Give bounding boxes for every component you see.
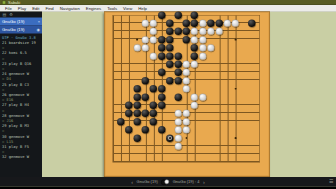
intersection[interactable]: [215, 109, 223, 117]
intersection[interactable]: [248, 68, 256, 76]
intersection[interactable]: [207, 27, 215, 35]
intersection[interactable]: [240, 134, 248, 142]
intersection[interactable]: [248, 109, 256, 117]
intersection[interactable]: [256, 142, 264, 150]
intersection[interactable]: [133, 11, 141, 19]
intersection[interactable]: [182, 150, 190, 158]
intersection[interactable]: [190, 77, 198, 85]
intersection[interactable]: [215, 27, 223, 35]
close-icon[interactable]: ×: [38, 19, 40, 24]
intersection[interactable]: [240, 36, 248, 44]
intersection[interactable]: [223, 36, 231, 44]
intersection[interactable]: [256, 118, 264, 126]
intersection[interactable]: [125, 77, 133, 85]
intersection[interactable]: [190, 101, 198, 109]
intersection[interactable]: [108, 27, 116, 35]
intersection[interactable]: [158, 36, 166, 44]
intersection[interactable]: [149, 159, 157, 167]
intersection[interactable]: [190, 85, 198, 93]
intersection[interactable]: [141, 93, 149, 101]
intersection[interactable]: [149, 142, 157, 150]
intersection[interactable]: [182, 85, 190, 93]
intersection[interactable]: [190, 11, 198, 19]
intersection[interactable]: [149, 101, 157, 109]
intersection[interactable]: [141, 118, 149, 126]
intersection[interactable]: [240, 85, 248, 93]
intersection[interactable]: [108, 150, 116, 158]
intersection[interactable]: [158, 11, 166, 19]
intersection[interactable]: [223, 93, 231, 101]
intersection[interactable]: [256, 109, 264, 117]
intersection[interactable]: [125, 142, 133, 150]
intersection[interactable]: [231, 68, 239, 76]
intersection[interactable]: [125, 68, 133, 76]
intersection[interactable]: [117, 126, 125, 134]
intersection[interactable]: [174, 142, 182, 150]
intersection[interactable]: [108, 126, 116, 134]
intersection[interactable]: [190, 60, 198, 68]
intersection[interactable]: [215, 11, 223, 19]
intersection[interactable]: [174, 11, 182, 19]
intersection[interactable]: [256, 150, 264, 158]
intersection[interactable]: [240, 126, 248, 134]
intersection[interactable]: [190, 126, 198, 134]
intersection[interactable]: [166, 52, 174, 60]
intersection[interactable]: [207, 36, 215, 44]
intersection[interactable]: [158, 52, 166, 60]
intersection[interactable]: [223, 60, 231, 68]
intersection[interactable]: [240, 159, 248, 167]
intersection[interactable]: [174, 60, 182, 68]
intersection[interactable]: [256, 27, 264, 35]
intersection[interactable]: [199, 19, 207, 27]
intersection[interactable]: [207, 52, 215, 60]
intersection[interactable]: [133, 118, 141, 126]
intersection[interactable]: [231, 101, 239, 109]
intersection[interactable]: [182, 19, 190, 27]
intersection[interactable]: [166, 44, 174, 52]
intersection[interactable]: [166, 93, 174, 101]
intersection[interactable]: [125, 44, 133, 52]
intersection[interactable]: [207, 150, 215, 158]
intersection[interactable]: [141, 101, 149, 109]
intersection[interactable]: [174, 150, 182, 158]
intersection[interactable]: [207, 109, 215, 117]
intersection[interactable]: [149, 150, 157, 158]
intersection[interactable]: [117, 109, 125, 117]
intersection[interactable]: [190, 19, 198, 27]
intersection[interactable]: [174, 101, 182, 109]
intersection[interactable]: [182, 134, 190, 142]
intersection[interactable]: [223, 27, 231, 35]
intersection[interactable]: [231, 134, 239, 142]
intersection[interactable]: [199, 150, 207, 158]
intersection[interactable]: [166, 36, 174, 44]
intersection[interactable]: [125, 118, 133, 126]
intersection[interactable]: [207, 159, 215, 167]
intersection[interactable]: [133, 142, 141, 150]
intersection[interactable]: [215, 60, 223, 68]
intersection[interactable]: [141, 36, 149, 44]
intersection[interactable]: [158, 44, 166, 52]
intersection[interactable]: [223, 118, 231, 126]
intersection[interactable]: [199, 93, 207, 101]
intersection[interactable]: [207, 134, 215, 142]
intersection[interactable]: [108, 44, 116, 52]
intersection[interactable]: [158, 134, 166, 142]
intersection[interactable]: [248, 77, 256, 85]
intersection[interactable]: [141, 109, 149, 117]
intersection[interactable]: [190, 118, 198, 126]
hamburger-menu-icon[interactable]: ☰: [329, 179, 333, 185]
intersection[interactable]: [207, 60, 215, 68]
intersection[interactable]: [248, 150, 256, 158]
intersection[interactable]: [117, 44, 125, 52]
intersection[interactable]: [256, 68, 264, 76]
intersection[interactable]: [215, 44, 223, 52]
intersection[interactable]: [158, 19, 166, 27]
intersection[interactable]: [125, 27, 133, 35]
intersection[interactable]: [125, 60, 133, 68]
intersection[interactable]: [158, 101, 166, 109]
intersection[interactable]: [256, 60, 264, 68]
intersection[interactable]: [133, 85, 141, 93]
intersection[interactable]: [215, 85, 223, 93]
intersection[interactable]: [207, 68, 215, 76]
intersection[interactable]: [240, 150, 248, 158]
intersection[interactable]: [166, 60, 174, 68]
intersection[interactable]: [133, 27, 141, 35]
intersection[interactable]: [215, 134, 223, 142]
intersection[interactable]: [158, 27, 166, 35]
intersection[interactable]: [141, 11, 149, 19]
intersection[interactable]: [240, 52, 248, 60]
intersection[interactable]: [215, 68, 223, 76]
intersection[interactable]: [141, 159, 149, 167]
intersection[interactable]: [256, 19, 264, 27]
intersection[interactable]: [248, 101, 256, 109]
intersection[interactable]: [240, 60, 248, 68]
intersection[interactable]: [182, 118, 190, 126]
intersection[interactable]: [174, 109, 182, 117]
intersection[interactable]: [125, 85, 133, 93]
intersection[interactable]: [149, 19, 157, 27]
intersection[interactable]: [117, 101, 125, 109]
intersection[interactable]: [158, 118, 166, 126]
intersection[interactable]: [166, 77, 174, 85]
intersection[interactable]: [207, 126, 215, 134]
intersection[interactable]: [248, 44, 256, 52]
intersection[interactable]: [199, 101, 207, 109]
intersection[interactable]: [199, 109, 207, 117]
intersection[interactable]: [125, 36, 133, 44]
intersection[interactable]: [199, 27, 207, 35]
intersection[interactable]: [174, 52, 182, 60]
intersection[interactable]: [133, 134, 141, 142]
intersection[interactable]: [215, 36, 223, 44]
intersection[interactable]: [231, 77, 239, 85]
intersection[interactable]: [256, 77, 264, 85]
intersection[interactable]: [231, 126, 239, 134]
intersection[interactable]: [223, 101, 231, 109]
menu-item-find[interactable]: Find: [42, 5, 56, 11]
intersection[interactable]: [158, 126, 166, 134]
intersection[interactable]: [190, 68, 198, 76]
intersection[interactable]: [199, 77, 207, 85]
intersection[interactable]: [256, 159, 264, 167]
intersection[interactable]: [174, 27, 182, 35]
intersection[interactable]: [117, 60, 125, 68]
intersection[interactable]: [166, 19, 174, 27]
intersection[interactable]: [207, 19, 215, 27]
intersection[interactable]: [190, 134, 198, 142]
intersection[interactable]: [207, 93, 215, 101]
intersection[interactable]: [248, 11, 256, 19]
intersection[interactable]: [240, 101, 248, 109]
intersection[interactable]: [166, 101, 174, 109]
intersection[interactable]: [141, 150, 149, 158]
intersection[interactable]: [190, 150, 198, 158]
intersection[interactable]: [231, 36, 239, 44]
intersection[interactable]: [108, 19, 116, 27]
intersection[interactable]: [149, 60, 157, 68]
intersection[interactable]: [108, 60, 116, 68]
intersection[interactable]: [133, 77, 141, 85]
intersection[interactable]: [182, 101, 190, 109]
intersection[interactable]: [199, 36, 207, 44]
intersection[interactable]: [199, 134, 207, 142]
intersection[interactable]: [199, 142, 207, 150]
intersection[interactable]: [108, 109, 116, 117]
intersection[interactable]: [108, 52, 116, 60]
intersection[interactable]: [256, 93, 264, 101]
intersection[interactable]: [240, 19, 248, 27]
intersection[interactable]: [248, 159, 256, 167]
intersection[interactable]: [141, 77, 149, 85]
intersection[interactable]: [108, 11, 116, 19]
intersection[interactable]: [223, 19, 231, 27]
intersection[interactable]: [117, 150, 125, 158]
intersection[interactable]: [125, 101, 133, 109]
intersection[interactable]: [133, 93, 141, 101]
intersection[interactable]: [125, 109, 133, 117]
intersection[interactable]: [190, 159, 198, 167]
intersection[interactable]: [240, 142, 248, 150]
intersection[interactable]: [158, 159, 166, 167]
intersection[interactable]: [199, 11, 207, 19]
intersection[interactable]: [133, 109, 141, 117]
intersection[interactable]: [125, 11, 133, 19]
intersection[interactable]: [199, 68, 207, 76]
intersection[interactable]: [190, 27, 198, 35]
intersection[interactable]: [174, 44, 182, 52]
intersection[interactable]: [240, 68, 248, 76]
intersection[interactable]: [166, 126, 174, 134]
intersection[interactable]: [223, 68, 231, 76]
intersection[interactable]: [223, 11, 231, 19]
intersection[interactable]: [199, 118, 207, 126]
intersection[interactable]: [125, 93, 133, 101]
intersection[interactable]: [125, 19, 133, 27]
intersection[interactable]: [141, 44, 149, 52]
intersection[interactable]: [166, 85, 174, 93]
intersection[interactable]: [174, 36, 182, 44]
intersection[interactable]: [248, 52, 256, 60]
intersection[interactable]: [231, 142, 239, 150]
intersection[interactable]: [166, 118, 174, 126]
intersection[interactable]: [174, 77, 182, 85]
intersection[interactable]: [240, 27, 248, 35]
intersection[interactable]: [166, 11, 174, 19]
intersection[interactable]: [174, 159, 182, 167]
intersection[interactable]: [158, 150, 166, 158]
intersection[interactable]: [117, 85, 125, 93]
intersection[interactable]: [223, 52, 231, 60]
intersection[interactable]: [174, 118, 182, 126]
intersection[interactable]: [174, 134, 182, 142]
intersection[interactable]: [158, 68, 166, 76]
intersection[interactable]: [256, 36, 264, 44]
console-icon[interactable]: ▤: [3, 12, 7, 17]
intersection[interactable]: [215, 150, 223, 158]
gtp-console-log[interactable]: GTP · GnuGo 3.821 boardsize 19= 22 komi …: [0, 34, 42, 162]
intersection[interactable]: [117, 159, 125, 167]
intersection[interactable]: [166, 150, 174, 158]
intersection[interactable]: [182, 68, 190, 76]
engine-row-white[interactable]: GnuGo (19) ◉: [0, 26, 42, 34]
intersection[interactable]: [223, 44, 231, 52]
intersection[interactable]: [190, 93, 198, 101]
intersection[interactable]: [256, 126, 264, 134]
intersection[interactable]: [207, 77, 215, 85]
intersection[interactable]: [215, 142, 223, 150]
intersection[interactable]: [149, 118, 157, 126]
intersection[interactable]: [231, 44, 239, 52]
intersection[interactable]: [231, 109, 239, 117]
intersection[interactable]: [199, 60, 207, 68]
intersection[interactable]: [215, 93, 223, 101]
intersection[interactable]: [125, 126, 133, 134]
intersection[interactable]: [117, 77, 125, 85]
intersection[interactable]: [248, 118, 256, 126]
intersection[interactable]: [182, 77, 190, 85]
intersection[interactable]: [215, 118, 223, 126]
intersection[interactable]: [117, 19, 125, 27]
gear-icon[interactable]: ⚙: [9, 12, 13, 17]
intersection[interactable]: [117, 142, 125, 150]
intersection[interactable]: [125, 150, 133, 158]
intersection[interactable]: [174, 19, 182, 27]
intersection[interactable]: [240, 11, 248, 19]
intersection[interactable]: [215, 77, 223, 85]
intersection[interactable]: [108, 142, 116, 150]
intersection[interactable]: [231, 19, 239, 27]
intersection[interactable]: [223, 109, 231, 117]
intersection[interactable]: [256, 134, 264, 142]
intersection[interactable]: [199, 159, 207, 167]
intersection[interactable]: [117, 93, 125, 101]
intersection[interactable]: [117, 118, 125, 126]
intersection[interactable]: [182, 142, 190, 150]
intersection[interactable]: [174, 126, 182, 134]
intersection[interactable]: [117, 68, 125, 76]
intersection[interactable]: [174, 68, 182, 76]
intersection[interactable]: [190, 44, 198, 52]
intersection[interactable]: [108, 93, 116, 101]
intersection[interactable]: [108, 134, 116, 142]
intersection[interactable]: [141, 134, 149, 142]
intersection[interactable]: [158, 77, 166, 85]
intersection[interactable]: [149, 126, 157, 134]
intersection[interactable]: [240, 118, 248, 126]
intersection[interactable]: [248, 36, 256, 44]
intersection[interactable]: [158, 85, 166, 93]
intersection[interactable]: [182, 60, 190, 68]
intersection[interactable]: [149, 77, 157, 85]
intersection[interactable]: [149, 68, 157, 76]
intersection[interactable]: [215, 19, 223, 27]
intersection[interactable]: [248, 126, 256, 134]
intersection[interactable]: [166, 109, 174, 117]
intersection[interactable]: [199, 85, 207, 93]
intersection[interactable]: [248, 85, 256, 93]
intersection[interactable]: [141, 126, 149, 134]
intersection[interactable]: [223, 77, 231, 85]
intersection[interactable]: [125, 159, 133, 167]
intersection[interactable]: [190, 109, 198, 117]
intersection[interactable]: [133, 68, 141, 76]
intersection[interactable]: [141, 85, 149, 93]
intersection[interactable]: [141, 19, 149, 27]
intersection[interactable]: [182, 44, 190, 52]
intersection[interactable]: [141, 68, 149, 76]
intersection[interactable]: [223, 85, 231, 93]
intersection[interactable]: [223, 134, 231, 142]
turn-indicator-icon[interactable]: [161, 179, 169, 184]
intersection[interactable]: [108, 118, 116, 126]
intersection[interactable]: [199, 44, 207, 52]
intersection[interactable]: [166, 134, 174, 142]
intersection[interactable]: [133, 60, 141, 68]
intersection[interactable]: [256, 11, 264, 19]
intersection[interactable]: [248, 134, 256, 142]
intersection[interactable]: [133, 52, 141, 60]
intersection[interactable]: [231, 52, 239, 60]
intersection[interactable]: [248, 93, 256, 101]
intersection[interactable]: [207, 142, 215, 150]
intersection[interactable]: [149, 109, 157, 117]
intersection[interactable]: [108, 101, 116, 109]
menu-item-edit[interactable]: Edit: [29, 5, 42, 11]
intersection[interactable]: [231, 60, 239, 68]
intersection[interactable]: [231, 27, 239, 35]
intersection[interactable]: [166, 159, 174, 167]
intersection[interactable]: [141, 142, 149, 150]
intersection[interactable]: [133, 150, 141, 158]
intersection[interactable]: [231, 159, 239, 167]
intersection[interactable]: [141, 60, 149, 68]
intersection[interactable]: [182, 11, 190, 19]
intersection[interactable]: [166, 142, 174, 150]
intersection[interactable]: [190, 52, 198, 60]
intersection[interactable]: [256, 52, 264, 60]
intersection[interactable]: [108, 77, 116, 85]
intersection[interactable]: [199, 52, 207, 60]
intersection[interactable]: [256, 101, 264, 109]
board-intersections[interactable]: [108, 11, 264, 167]
menu-item-navigation[interactable]: Navigation: [57, 5, 83, 11]
intersection[interactable]: [190, 142, 198, 150]
